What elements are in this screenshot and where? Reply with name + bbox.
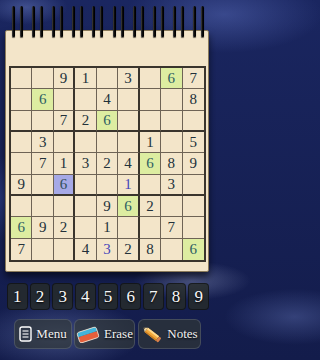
spiral-coil (92, 6, 103, 40)
cell-r5c4[interactable]: 3 (75, 153, 96, 174)
cell-r8c9[interactable] (183, 217, 204, 238)
sudoku-board: 9136764872631571324689961396269217743286 (9, 66, 206, 262)
erase-button[interactable]: Erase (74, 319, 135, 349)
cell-r3c9[interactable] (183, 111, 204, 132)
cell-r7c4[interactable] (75, 196, 96, 217)
numpad-key-8[interactable]: 8 (166, 283, 187, 310)
spiral-coil (72, 6, 83, 40)
cell-r9c6[interactable]: 2 (118, 239, 139, 260)
app-background: { "game": "sudoku", "position": "0091030… (0, 0, 216, 360)
spiral-binding (12, 6, 204, 40)
cell-r5c5[interactable]: 2 (97, 153, 118, 174)
cell-r5c9[interactable]: 9 (183, 153, 204, 174)
cell-r9c9[interactable]: 6 (183, 239, 204, 260)
numpad-key-3[interactable]: 3 (52, 283, 73, 310)
cell-r1c6[interactable]: 3 (118, 68, 139, 89)
numpad-key-2[interactable]: 2 (30, 283, 51, 310)
numpad-key-4[interactable]: 4 (75, 283, 96, 310)
toolbar: Menu Erase (0, 319, 216, 349)
cell-r5c8[interactable]: 8 (161, 153, 182, 174)
spiral-coil (32, 6, 43, 40)
cell-r8c6[interactable] (118, 217, 139, 238)
cell-r5c7[interactable]: 6 (140, 153, 161, 174)
cell-r6c3[interactable]: 6 (54, 175, 75, 196)
cell-r8c1[interactable]: 6 (11, 217, 32, 238)
cell-r4c2[interactable]: 3 (32, 132, 53, 153)
cell-r8c4[interactable] (75, 217, 96, 238)
cell-r6c1[interactable]: 9 (11, 175, 32, 196)
spiral-coil (12, 6, 23, 40)
cell-r1c4[interactable]: 1 (75, 68, 96, 89)
notes-button-label: Notes (167, 326, 197, 342)
cell-r2c3[interactable] (54, 89, 75, 110)
cell-r4c6[interactable] (118, 132, 139, 153)
menu-button[interactable]: Menu (14, 319, 72, 349)
cell-r9c7[interactable]: 8 (140, 239, 161, 260)
cell-r1c3[interactable]: 9 (54, 68, 75, 89)
cell-r4c9[interactable]: 5 (183, 132, 204, 153)
menu-button-label: Menu (36, 326, 66, 342)
cell-r5c2[interactable]: 7 (32, 153, 53, 174)
cell-r8c5[interactable]: 1 (97, 217, 118, 238)
cell-r4c4[interactable] (75, 132, 96, 153)
numpad-key-7[interactable]: 7 (143, 283, 164, 310)
cell-r9c1[interactable]: 7 (11, 239, 32, 260)
cell-r1c1[interactable] (11, 68, 32, 89)
numpad-key-6[interactable]: 6 (120, 283, 141, 310)
number-pad: 123456789 (7, 283, 209, 310)
cell-r5c6[interactable]: 4 (118, 153, 139, 174)
cell-r2c8[interactable] (161, 89, 182, 110)
eraser-icon (76, 326, 100, 343)
cell-r7c7[interactable]: 2 (140, 196, 161, 217)
cell-r9c5[interactable]: 3 (97, 239, 118, 260)
cell-r2c5[interactable]: 4 (97, 89, 118, 110)
cell-r3c8[interactable] (161, 111, 182, 132)
cell-r5c1[interactable] (11, 153, 32, 174)
cell-r7c5[interactable]: 9 (97, 196, 118, 217)
cell-r9c8[interactable] (161, 239, 182, 260)
erase-button-label: Erase (104, 326, 133, 342)
cell-r3c5[interactable]: 6 (97, 111, 118, 132)
numpad-key-1[interactable]: 1 (7, 283, 28, 310)
cell-r1c8[interactable]: 6 (161, 68, 182, 89)
cell-r2c7[interactable] (140, 89, 161, 110)
cell-r6c7[interactable] (140, 175, 161, 196)
cell-r6c6[interactable]: 1 (118, 175, 139, 196)
notes-button[interactable]: Notes (138, 319, 201, 349)
cell-r3c1[interactable] (11, 111, 32, 132)
cell-r9c4[interactable]: 4 (75, 239, 96, 260)
spiral-coil (193, 6, 204, 40)
cell-r8c2[interactable]: 9 (32, 217, 53, 238)
spiral-coil (153, 6, 164, 40)
cell-r1c5[interactable] (97, 68, 118, 89)
cell-r2c4[interactable] (75, 89, 96, 110)
cell-r3c3[interactable]: 7 (54, 111, 75, 132)
cell-r1c2[interactable] (32, 68, 53, 89)
cell-r4c5[interactable] (97, 132, 118, 153)
cell-r7c2[interactable] (32, 196, 53, 217)
spiral-coil (113, 6, 124, 40)
cell-r5c3[interactable]: 1 (54, 153, 75, 174)
cell-r2c1[interactable] (11, 89, 32, 110)
cell-r3c6[interactable] (118, 111, 139, 132)
cell-r4c8[interactable] (161, 132, 182, 153)
pencil-icon (141, 325, 163, 344)
cell-r3c7[interactable] (140, 111, 161, 132)
cell-r2c2[interactable]: 6 (32, 89, 53, 110)
cell-r4c3[interactable] (54, 132, 75, 153)
numpad-key-5[interactable]: 5 (98, 283, 119, 310)
cell-r3c2[interactable] (32, 111, 53, 132)
cell-r3c4[interactable]: 2 (75, 111, 96, 132)
cell-r1c9[interactable]: 7 (183, 68, 204, 89)
spiral-coil (173, 6, 184, 40)
cell-r4c7[interactable]: 1 (140, 132, 161, 153)
numpad-key-9[interactable]: 9 (188, 283, 209, 310)
cell-r1c7[interactable] (140, 68, 161, 89)
cell-r6c2[interactable] (32, 175, 53, 196)
spiral-coil (52, 6, 63, 40)
cell-r6c5[interactable] (97, 175, 118, 196)
cell-r9c3[interactable] (54, 239, 75, 260)
cell-r8c3[interactable]: 2 (54, 217, 75, 238)
spiral-coil (133, 6, 144, 40)
cell-r7c8[interactable] (161, 196, 182, 217)
cell-r6c9[interactable] (183, 175, 204, 196)
cell-r2c6[interactable] (118, 89, 139, 110)
cell-r7c6[interactable]: 6 (118, 196, 139, 217)
cell-r6c4[interactable] (75, 175, 96, 196)
menu-icon (19, 326, 32, 342)
cell-r2c9[interactable]: 8 (183, 89, 204, 110)
cell-r4c1[interactable] (11, 132, 32, 153)
cell-r7c1[interactable] (11, 196, 32, 217)
cell-r6c8[interactable]: 3 (161, 175, 182, 196)
cell-r9c2[interactable] (32, 239, 53, 260)
cell-r7c3[interactable] (54, 196, 75, 217)
cell-r7c9[interactable] (183, 196, 204, 217)
cell-r8c7[interactable] (140, 217, 161, 238)
cell-r8c8[interactable]: 7 (161, 217, 182, 238)
